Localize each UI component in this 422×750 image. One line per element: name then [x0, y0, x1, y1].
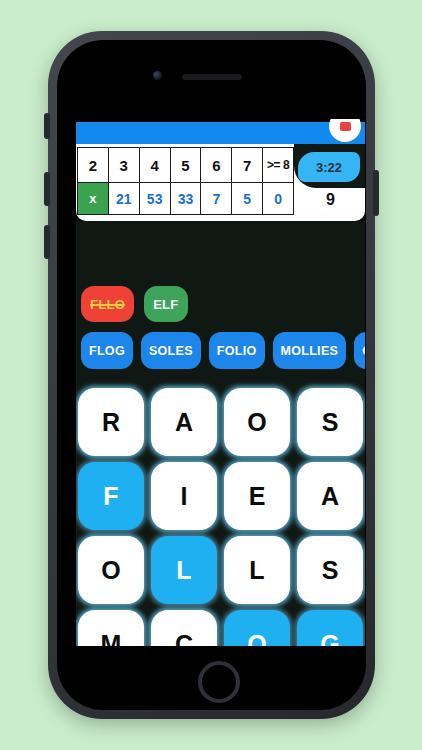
letter-tile-s[interactable]: S [297, 388, 363, 456]
total-score: 9 [326, 191, 335, 209]
volume-down-button [44, 225, 50, 259]
stats-column-header: 2 [78, 148, 108, 182]
stats-count-cell: 5 [232, 183, 262, 214]
letter-tile-f[interactable]: F [78, 462, 144, 530]
earpiece-speaker [182, 74, 242, 80]
stats-row-label: x [78, 183, 108, 214]
letter-tile-g[interactable]: G [297, 610, 363, 646]
timer-pill: 3:22 [298, 152, 360, 182]
found-word-pill: FLLO [81, 286, 134, 322]
app-screen: 234567>= 8x215333750 3:22 9 FLLOELF FLOG… [76, 119, 365, 646]
game-area: FLLOELF FLOGSOLESFOLIOMOLLIESO RAOSFIEAO… [76, 221, 365, 646]
app-header-bar [76, 122, 365, 144]
word-list-row: FLOGSOLESFOLIOMOLLIESO [81, 332, 365, 369]
letter-tile-l[interactable]: L [224, 536, 290, 604]
word-list-pill: FLOG [81, 332, 133, 369]
letter-tile-o[interactable]: O [224, 610, 290, 646]
letter-tile-m[interactable]: M [78, 610, 144, 646]
letter-tile-e[interactable]: E [224, 462, 290, 530]
header-circle-button[interactable] [329, 119, 361, 142]
found-words-row: FLLOELF [81, 286, 188, 322]
phone-bezel: 234567>= 8x215333750 3:22 9 FLLOELF FLOG… [57, 40, 366, 710]
stats-count-cell: 53 [140, 183, 170, 214]
word-list-pill: MOLLIES [273, 332, 347, 369]
word-list-pill: FOLIO [209, 332, 265, 369]
stats-column-header: 7 [232, 148, 262, 182]
found-word-pill: ELF [144, 286, 187, 322]
letter-tile-i[interactable]: I [151, 462, 217, 530]
stats-column-header: 4 [140, 148, 170, 182]
mute-switch [44, 113, 50, 139]
letter-board: RAOSFIEAOLLSMCOG [78, 388, 363, 646]
letter-tile-a[interactable]: A [297, 462, 363, 530]
stats-column-header: 5 [171, 148, 201, 182]
stats-column-header: 3 [109, 148, 139, 182]
record-icon [340, 122, 351, 131]
letter-tile-o[interactable]: O [224, 388, 290, 456]
volume-up-button [44, 172, 50, 206]
front-camera-icon [153, 71, 162, 80]
phone-mockup: 234567>= 8x215333750 3:22 9 FLLOELF FLOG… [48, 31, 375, 719]
page-background: 234567>= 8x215333750 3:22 9 FLLOELF FLOG… [0, 0, 422, 750]
stats-count-cell: 7 [201, 183, 231, 214]
timer-value: 3:22 [316, 160, 342, 175]
stats-column-header: 6 [201, 148, 231, 182]
home-button [198, 661, 240, 703]
letter-tile-a[interactable]: A [151, 388, 217, 456]
stats-panel: 234567>= 8x215333750 3:22 9 [76, 144, 365, 221]
letter-tile-o[interactable]: O [78, 536, 144, 604]
stats-column-header: >= 8 [263, 148, 293, 182]
word-list-pill: O [354, 332, 365, 369]
stats-count-cell: 0 [263, 183, 293, 214]
word-length-score-table: 234567>= 8x215333750 [77, 147, 294, 215]
letter-tile-c[interactable]: C [151, 610, 217, 646]
power-button [373, 170, 379, 216]
letter-tile-l[interactable]: L [151, 536, 217, 604]
letter-tile-s[interactable]: S [297, 536, 363, 604]
stats-count-cell: 21 [109, 183, 139, 214]
word-list-pill: SOLES [141, 332, 201, 369]
letter-tile-r[interactable]: R [78, 388, 144, 456]
stats-count-cell: 33 [171, 183, 201, 214]
